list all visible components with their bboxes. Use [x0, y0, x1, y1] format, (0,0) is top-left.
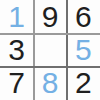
cell-digit: 9	[42, 2, 59, 32]
sudoku-board: 1 9 6 3 5 7 8 2	[0, 0, 100, 100]
cell-digit: 5	[75, 35, 92, 65]
cell-digit: 6	[75, 2, 92, 32]
cell-digit: 1	[8, 2, 25, 32]
cell-digit: 7	[8, 68, 25, 98]
cell-r3c2[interactable]: 8	[33, 67, 66, 100]
cell-digit: 8	[42, 68, 59, 98]
cell-r3c3[interactable]: 2	[67, 67, 100, 100]
cell-digit: 3	[8, 35, 25, 65]
cell-r1c3[interactable]: 6	[67, 0, 100, 33]
cell-r3c1[interactable]: 7	[0, 67, 33, 100]
cell-r2c3[interactable]: 5	[67, 33, 100, 66]
cell-r2c1[interactable]: 3	[0, 33, 33, 66]
cell-r2c2[interactable]	[33, 33, 66, 66]
cell-r1c2[interactable]: 9	[33, 0, 66, 33]
cell-r1c1[interactable]: 1	[0, 0, 33, 33]
cell-digit: 2	[75, 68, 92, 98]
